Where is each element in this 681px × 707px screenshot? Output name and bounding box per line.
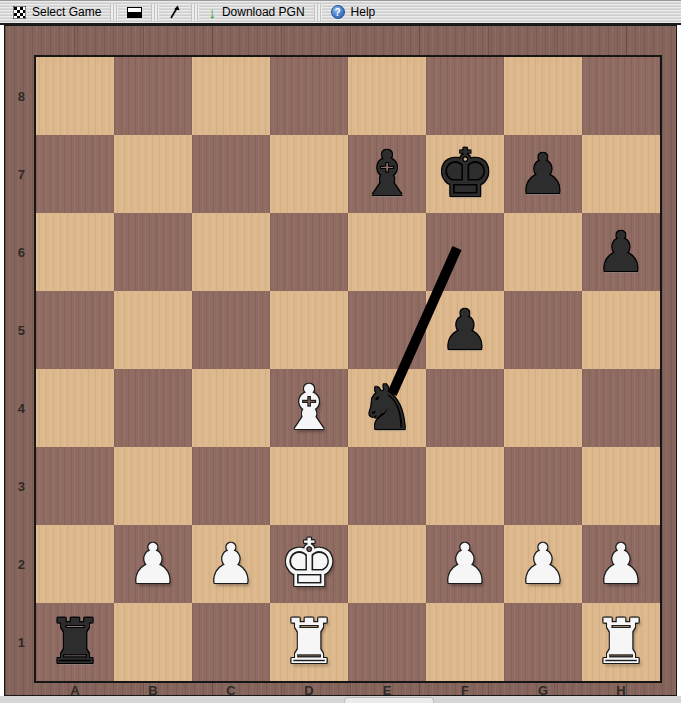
bottom-scroll-fragment: [344, 697, 434, 703]
square-h8: [582, 57, 660, 135]
square-h3: [582, 447, 660, 525]
square-f2: ♟: [426, 525, 504, 603]
square-b2: ♟: [114, 525, 192, 603]
toggle-arrows-button[interactable]: [161, 3, 189, 22]
piece-black-rook: ♜: [47, 603, 103, 681]
square-g6: [504, 213, 582, 291]
square-e8: [348, 57, 426, 135]
square-h6: ♟: [582, 213, 660, 291]
square-g5: [504, 291, 582, 369]
square-b3: [114, 447, 192, 525]
arrow-annotation-icon: [168, 5, 182, 20]
piece-white-rook: ♜: [281, 603, 337, 681]
flip-board-icon: [127, 7, 142, 18]
rank-labels: 87654321: [5, 57, 32, 681]
select-game-button[interactable]: Select Game: [6, 3, 108, 21]
square-c6: [192, 213, 270, 291]
square-d6: [270, 213, 348, 291]
square-a5: [36, 291, 114, 369]
toolbar-separator: [151, 4, 159, 21]
square-b1: [114, 603, 192, 681]
chess-board: ♝♚♟♟♟♝♞♟♟♚♟♟♟♜♜♜: [34, 55, 662, 683]
square-a8: [36, 57, 114, 135]
square-e7: ♝: [348, 135, 426, 213]
square-c8: [192, 57, 270, 135]
square-a7: [36, 135, 114, 213]
square-g8: [504, 57, 582, 135]
file-label-h: H: [582, 683, 660, 697]
help-label: Help: [351, 5, 376, 19]
toolbar-separator: [191, 4, 199, 21]
piece-black-pawn: ♟: [596, 213, 645, 291]
rank-label-2: 2: [5, 525, 32, 603]
square-f7: ♚: [426, 135, 504, 213]
file-label-a: A: [36, 683, 114, 697]
square-h2: ♟: [582, 525, 660, 603]
square-a3: [36, 447, 114, 525]
square-c3: [192, 447, 270, 525]
file-label-c: C: [192, 683, 270, 697]
square-a1: ♜: [36, 603, 114, 681]
square-c4: [192, 369, 270, 447]
file-label-f: F: [426, 683, 504, 697]
piece-white-king: ♚: [279, 525, 338, 603]
rank-label-8: 8: [5, 57, 32, 135]
square-b6: [114, 213, 192, 291]
checkerboard-icon: [13, 6, 26, 19]
square-g7: ♟: [504, 135, 582, 213]
square-a4: [36, 369, 114, 447]
square-g3: [504, 447, 582, 525]
square-g4: [504, 369, 582, 447]
file-label-b: B: [114, 683, 192, 697]
square-h5: [582, 291, 660, 369]
toolbar: Select Game ↓ Download PGN ? Help: [0, 0, 681, 25]
square-a2: [36, 525, 114, 603]
rank-label-7: 7: [5, 135, 32, 213]
file-labels: ABCDEFGH: [36, 683, 660, 697]
square-c1: [192, 603, 270, 681]
square-b7: [114, 135, 192, 213]
piece-black-pawn: ♟: [440, 291, 489, 369]
square-c5: [192, 291, 270, 369]
square-d3: [270, 447, 348, 525]
piece-white-pawn: ♟: [128, 525, 177, 603]
square-f6: [426, 213, 504, 291]
square-a6: [36, 213, 114, 291]
file-label-g: G: [504, 683, 582, 697]
rank-label-6: 6: [5, 213, 32, 291]
square-b8: [114, 57, 192, 135]
square-h7: [582, 135, 660, 213]
file-label-e: E: [348, 683, 426, 697]
piece-white-pawn: ♟: [596, 525, 645, 603]
toolbar-separator: [314, 4, 322, 21]
piece-white-pawn: ♟: [440, 525, 489, 603]
rank-label-3: 3: [5, 447, 32, 525]
square-c7: [192, 135, 270, 213]
rank-label-5: 5: [5, 291, 32, 369]
square-e4: ♞: [348, 369, 426, 447]
piece-white-bishop: ♝: [281, 369, 337, 447]
square-d5: [270, 291, 348, 369]
bottom-strip: [0, 696, 681, 703]
piece-black-king: ♚: [435, 135, 494, 213]
square-d2: ♚: [270, 525, 348, 603]
square-f5: ♟: [426, 291, 504, 369]
square-h4: [582, 369, 660, 447]
square-h1: ♜: [582, 603, 660, 681]
file-label-d: D: [270, 683, 348, 697]
square-e1: [348, 603, 426, 681]
piece-black-knight: ♞: [359, 369, 415, 447]
square-c2: ♟: [192, 525, 270, 603]
square-b4: [114, 369, 192, 447]
square-d4: ♝: [270, 369, 348, 447]
square-b5: [114, 291, 192, 369]
piece-white-rook: ♜: [593, 603, 649, 681]
help-icon: ?: [331, 5, 345, 19]
piece-white-pawn: ♟: [518, 525, 567, 603]
square-f1: [426, 603, 504, 681]
square-d1: ♜: [270, 603, 348, 681]
piece-black-bishop: ♝: [359, 135, 415, 213]
square-e3: [348, 447, 426, 525]
square-e2: [348, 525, 426, 603]
toolbar-separator: [110, 4, 118, 21]
square-d7: [270, 135, 348, 213]
rank-label-4: 4: [5, 369, 32, 447]
square-e5: [348, 291, 426, 369]
select-game-label: Select Game: [32, 5, 101, 19]
download-pgn-label: Download PGN: [222, 5, 305, 19]
piece-black-pawn: ♟: [518, 135, 567, 213]
square-g2: ♟: [504, 525, 582, 603]
square-d8: [270, 57, 348, 135]
download-icon: ↓: [208, 6, 216, 19]
square-e6: [348, 213, 426, 291]
square-g1: [504, 603, 582, 681]
rank-label-1: 1: [5, 603, 32, 681]
square-f3: [426, 447, 504, 525]
flip-board-button[interactable]: [120, 5, 149, 20]
download-pgn-button[interactable]: ↓ Download PGN: [201, 3, 311, 21]
square-f4: [426, 369, 504, 447]
help-button[interactable]: ? Help: [324, 3, 383, 21]
board-frame: 87654321 ♝♚♟♟♟♝♞♟♟♚♟♟♟♜♜♜ ABCDEFGH: [4, 25, 677, 696]
square-f8: [426, 57, 504, 135]
piece-white-pawn: ♟: [206, 525, 255, 603]
